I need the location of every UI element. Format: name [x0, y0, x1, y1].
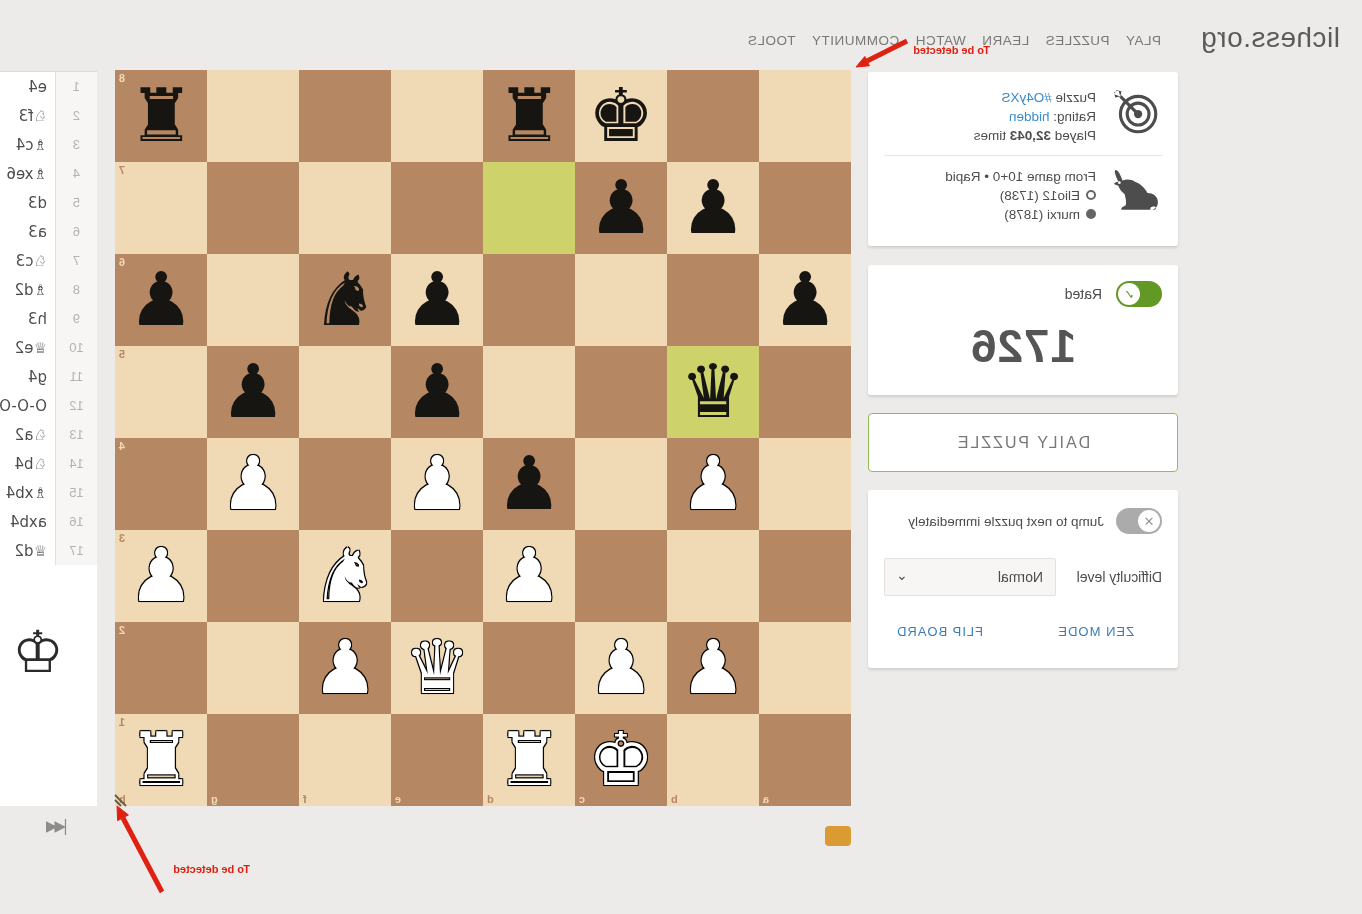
- black-pawn-c7[interactable]: ♟: [575, 162, 667, 254]
- white-player-name[interactable]: Elio12 (1738): [1000, 188, 1080, 203]
- black-rook-d8[interactable]: ♜: [483, 70, 575, 162]
- move-row-15: 15♗xb4: [0, 478, 97, 507]
- move-row-7: 7♘c3: [0, 246, 97, 275]
- move-san[interactable]: ♘c3: [16, 252, 55, 270]
- move-number: 12: [55, 391, 97, 420]
- move-row-6: 6a3: [0, 217, 97, 246]
- square-c6[interactable]: [575, 254, 667, 346]
- jump-toggle-cross-icon: ✕: [1138, 510, 1160, 532]
- move-row-1: 1e4: [0, 72, 97, 101]
- panel-divider: [884, 155, 1162, 156]
- white-pawn-b2[interactable]: ♟: [667, 622, 759, 714]
- white-queen-e2[interactable]: ♛: [391, 622, 483, 714]
- rated-toggle[interactable]: ✓: [1116, 281, 1162, 307]
- square-a2[interactable]: [759, 622, 851, 714]
- square-h5[interactable]: 5: [115, 346, 207, 438]
- nav-item-community[interactable]: COMMUNITY: [811, 33, 899, 48]
- square-c2[interactable]: ♟: [575, 622, 667, 714]
- square-c3[interactable]: [575, 530, 667, 622]
- black-king-c8[interactable]: ♚: [575, 70, 667, 162]
- annotation-label-bottom: To be detected: [173, 863, 250, 875]
- move-row-5: 5d3: [0, 188, 97, 217]
- move-san[interactable]: ♕d2: [14, 542, 55, 560]
- square-h7[interactable]: 7: [115, 162, 207, 254]
- move-san[interactable]: e4: [28, 78, 55, 96]
- square-c4[interactable]: [575, 438, 667, 530]
- rank-coord-4: 4: [119, 440, 125, 452]
- chess-board[interactable]: ♚♜♜8♟♟7♟♟♞♟6♛♟♟5♟♟♟♟4♟♞♟3♟♟♛♟2ab♚c♜defg♜…: [115, 70, 851, 806]
- square-c7[interactable]: ♟: [575, 162, 667, 254]
- rated-label: Rated: [1065, 286, 1102, 302]
- board-resize-handle[interactable]: [114, 791, 130, 807]
- black-pawn-d4[interactable]: ♟: [483, 438, 575, 530]
- square-d5[interactable]: [483, 346, 575, 438]
- daily-puzzle-button[interactable]: DAILY PUZZLE: [868, 413, 1178, 472]
- square-f3[interactable]: ♞: [299, 530, 391, 622]
- white-pawn-b4[interactable]: ♟: [667, 438, 759, 530]
- white-pawn-c2[interactable]: ♟: [575, 622, 667, 714]
- square-e1[interactable]: e: [391, 714, 483, 806]
- white-pawn-e4[interactable]: ♟: [391, 438, 483, 530]
- rated-panel: ✓ Rated 1726: [868, 265, 1178, 395]
- square-d8[interactable]: ♜: [483, 70, 575, 162]
- rank-coord-7: 7: [119, 164, 125, 176]
- square-f8[interactable]: [299, 70, 391, 162]
- move-row-11: 11g4: [0, 362, 97, 391]
- square-f1[interactable]: f: [299, 714, 391, 806]
- move-san[interactable]: axb4: [10, 513, 55, 531]
- user-puzzle-rating: 1726: [884, 319, 1162, 373]
- move-number: 17: [55, 536, 97, 565]
- square-b7[interactable]: ♟: [667, 162, 759, 254]
- square-f4[interactable]: [299, 438, 391, 530]
- square-b1[interactable]: b: [667, 714, 759, 806]
- nav-item-tools[interactable]: TOOLS: [747, 33, 795, 48]
- square-c1[interactable]: ♚c: [575, 714, 667, 806]
- square-h3[interactable]: ♟3: [115, 530, 207, 622]
- black-knight-f6[interactable]: ♞: [299, 254, 391, 346]
- move-number: 6: [55, 217, 97, 246]
- move-row-12: 12O-O-O: [0, 391, 97, 420]
- move-number: 1: [55, 72, 97, 101]
- go-first-move-button[interactable]: |◀◀: [49, 817, 68, 835]
- black-player-name[interactable]: murxi (1878): [1004, 207, 1080, 222]
- difficulty-select[interactable]: Normal ⌄: [884, 558, 1056, 596]
- square-d1[interactable]: ♜d: [483, 714, 575, 806]
- chevron-down-icon: ⌄: [896, 567, 908, 583]
- page: lichess.org PLAY PUZZLES LEARN WATCH COM…: [0, 0, 1362, 914]
- move-number: 9: [55, 304, 97, 333]
- move-san[interactable]: ♗xb4: [6, 484, 55, 502]
- played-label: Played: [1051, 128, 1096, 143]
- puzzle-target-icon: [1110, 86, 1162, 138]
- black-pawn-e5[interactable]: ♟: [391, 346, 483, 438]
- move-row-2: 2♘f3: [0, 101, 97, 130]
- square-e3[interactable]: [391, 530, 483, 622]
- game-source-line[interactable]: From game 10+0 • Rapid: [945, 167, 1096, 186]
- white-king-c1[interactable]: ♚: [575, 714, 667, 806]
- square-d3[interactable]: ♟: [483, 530, 575, 622]
- puzzle-id-link[interactable]: #O4yXS: [1001, 90, 1051, 105]
- flip-board-link[interactable]: FLIP BOARD: [896, 624, 983, 639]
- square-d6[interactable]: [483, 254, 575, 346]
- move-list: 1e42♘f33♗c44♗xe65d36a37♘c38♗d29h310♕e211…: [0, 72, 97, 565]
- move-number: 15: [55, 478, 97, 507]
- file-coord-e: e: [395, 793, 401, 805]
- black-player-line[interactable]: murxi (1878): [945, 205, 1096, 224]
- move-san[interactable]: g4: [28, 368, 55, 386]
- puzzle-label: Puzzle: [1052, 90, 1096, 105]
- square-a8[interactable]: [759, 70, 851, 162]
- move-row-14: 14♘b4: [0, 449, 97, 478]
- move-number: 13: [55, 420, 97, 449]
- move-row-4: 4♗xe6: [0, 159, 97, 188]
- rating-label: Rating:: [1049, 109, 1096, 124]
- square-g8[interactable]: [207, 70, 299, 162]
- white-pawn-g4[interactable]: ♟: [207, 438, 299, 530]
- square-b5[interactable]: ♛: [667, 346, 759, 438]
- black-pawn-b7[interactable]: ♟: [667, 162, 759, 254]
- move-number: 11: [55, 362, 97, 391]
- square-h8[interactable]: ♜8: [115, 70, 207, 162]
- move-row-10: 10♕e2: [0, 333, 97, 362]
- square-e4[interactable]: ♟: [391, 438, 483, 530]
- jump-label: Jump to next puzzle immediately: [908, 514, 1104, 529]
- rated-toggle-check-icon: ✓: [1118, 283, 1140, 305]
- zen-mode-link[interactable]: ZEN MODE: [1057, 624, 1134, 639]
- square-g5[interactable]: ♟: [207, 346, 299, 438]
- black-pawn-a6[interactable]: ♟: [759, 254, 851, 346]
- black-pawn-e6[interactable]: ♟: [391, 254, 483, 346]
- move-san[interactable]: O-O-O: [0, 397, 55, 415]
- settings-panel: ✕ Jump to next puzzle immediately Diffic…: [868, 490, 1178, 668]
- black-pawn-g5[interactable]: ♟: [207, 346, 299, 438]
- white-pawn-f2[interactable]: ♟: [299, 622, 391, 714]
- move-san[interactable]: h3: [28, 310, 55, 328]
- square-c5[interactable]: [575, 346, 667, 438]
- square-a1[interactable]: a: [759, 714, 851, 806]
- square-e8[interactable]: [391, 70, 483, 162]
- square-e6[interactable]: ♟: [391, 254, 483, 346]
- move-san[interactable]: ♘f3: [19, 107, 55, 125]
- current-puzzle-session-square[interactable]: [825, 826, 851, 846]
- move-number: 8: [55, 275, 97, 304]
- move-list-panel: 1e42♘f33♗c44♗xe65d36a37♘c38♗d29h310♕e211…: [0, 71, 97, 806]
- square-b6[interactable]: [667, 254, 759, 346]
- square-f2[interactable]: ♟: [299, 622, 391, 714]
- file-coord-f: f: [303, 793, 307, 805]
- square-f5[interactable]: [299, 346, 391, 438]
- puzzle-id-line: Puzzle #O4yXS: [974, 88, 1096, 107]
- rank-coord-5: 5: [119, 348, 125, 360]
- white-pawn-d3[interactable]: ♟: [483, 530, 575, 622]
- difficulty-label: Difficulty level: [1077, 569, 1162, 585]
- square-g3[interactable]: [207, 530, 299, 622]
- top-nav: lichess.org PLAY PUZZLES LEARN WATCH COM…: [0, 0, 1362, 62]
- played-suffix: times: [974, 128, 1010, 143]
- move-san[interactable]: ♗xe6: [6, 165, 55, 183]
- move-number: 10: [55, 333, 97, 362]
- move-row-8: 8♗d2: [0, 275, 97, 304]
- square-c8[interactable]: ♚: [575, 70, 667, 162]
- move-number: 16: [55, 507, 97, 536]
- square-d7[interactable]: [483, 162, 575, 254]
- puzzle-session-strip: [825, 826, 851, 846]
- square-e5[interactable]: ♟: [391, 346, 483, 438]
- move-row-9: 9h3: [0, 304, 97, 333]
- square-g4[interactable]: ♟: [207, 438, 299, 530]
- move-row-16: 16axb4: [0, 507, 97, 536]
- square-g7[interactable]: [207, 162, 299, 254]
- jump-toggle[interactable]: ✕: [1116, 508, 1162, 534]
- square-b3[interactable]: [667, 530, 759, 622]
- rank-coord-2: 2: [119, 624, 125, 636]
- square-a6[interactable]: ♟: [759, 254, 851, 346]
- square-a3[interactable]: [759, 530, 851, 622]
- move-san[interactable]: ♘b4: [14, 455, 55, 473]
- white-king-turn-icon: ♔: [12, 622, 64, 682]
- square-b8[interactable]: [667, 70, 759, 162]
- square-f7[interactable]: [299, 162, 391, 254]
- square-a4[interactable]: [759, 438, 851, 530]
- square-b4[interactable]: ♟: [667, 438, 759, 530]
- move-number: 7: [55, 246, 97, 275]
- move-number: 4: [55, 159, 97, 188]
- square-a7[interactable]: [759, 162, 851, 254]
- square-g2[interactable]: [207, 622, 299, 714]
- lichess-logo[interactable]: lichess.org: [1201, 22, 1340, 54]
- move-number: 14: [55, 449, 97, 478]
- mirrored-wrapper: lichess.org PLAY PUZZLES LEARN WATCH COM…: [0, 0, 1362, 914]
- black-queen-b5[interactable]: ♛: [667, 346, 759, 438]
- move-san[interactable]: ♗d2: [14, 281, 55, 299]
- black-rook-h8[interactable]: ♜: [115, 70, 207, 162]
- white-player-icon: [1086, 190, 1096, 200]
- square-h2[interactable]: 2: [115, 622, 207, 714]
- black-player-icon: [1086, 209, 1096, 219]
- move-number: 2: [55, 101, 97, 130]
- nav-item-play[interactable]: PLAY: [1125, 33, 1161, 48]
- move-san[interactable]: ♘a2: [15, 426, 55, 444]
- square-d2[interactable]: [483, 622, 575, 714]
- move-san[interactable]: ♕e2: [15, 339, 55, 357]
- square-f6[interactable]: ♞: [299, 254, 391, 346]
- rating-hidden: hidden: [1009, 109, 1050, 124]
- difficulty-value: Normal: [998, 569, 1043, 585]
- white-pawn-h3[interactable]: ♟: [115, 530, 207, 622]
- move-san[interactable]: ♗c4: [16, 136, 55, 154]
- file-coord-a: a: [763, 793, 769, 805]
- rapid-rabbit-icon: [1110, 165, 1162, 217]
- white-knight-f3[interactable]: ♞: [299, 530, 391, 622]
- move-san[interactable]: d3: [28, 194, 55, 212]
- black-pawn-h6[interactable]: ♟: [115, 254, 207, 346]
- move-row-3: 3♗c4: [0, 130, 97, 159]
- square-a5[interactable]: [759, 346, 851, 438]
- move-row-17: 17♕d2: [0, 536, 97, 565]
- square-g1[interactable]: g: [207, 714, 299, 806]
- square-h4[interactable]: 4: [115, 438, 207, 530]
- file-coord-b: b: [671, 793, 678, 805]
- white-rook-d1[interactable]: ♜: [483, 714, 575, 806]
- square-b2[interactable]: ♟: [667, 622, 759, 714]
- white-player-line[interactable]: Elio12 (1738): [945, 186, 1096, 205]
- move-san[interactable]: a3: [28, 223, 55, 241]
- square-h6[interactable]: ♟6: [115, 254, 207, 346]
- played-count: 32,043: [1010, 128, 1051, 143]
- square-e7[interactable]: [391, 162, 483, 254]
- annotation-label-top: To be detected: [913, 44, 990, 56]
- puzzle-played-line: Played 32,043 times: [974, 126, 1096, 145]
- square-e2[interactable]: ♛: [391, 622, 483, 714]
- puzzle-rating-line: Rating: hidden: [974, 107, 1096, 126]
- file-coord-g: g: [211, 793, 218, 805]
- nav-item-puzzles[interactable]: PUZZLES: [1045, 33, 1109, 48]
- square-d4[interactable]: ♟: [483, 438, 575, 530]
- square-g6[interactable]: [207, 254, 299, 346]
- move-number: 3: [55, 130, 97, 159]
- move-row-13: 13♘a2: [0, 420, 97, 449]
- move-number: 5: [55, 188, 97, 217]
- puzzle-info-panel: Puzzle #O4yXS Rating: hidden Played 32,0…: [868, 72, 1178, 246]
